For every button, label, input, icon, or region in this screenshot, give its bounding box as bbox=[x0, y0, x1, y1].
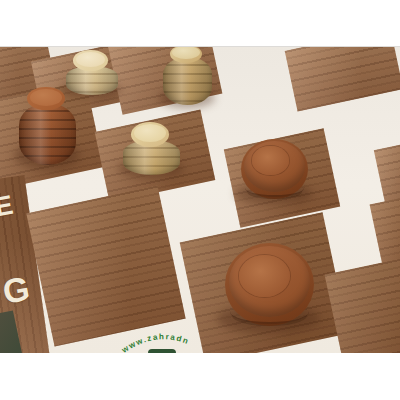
piece-dark-man[interactable] bbox=[225, 243, 314, 329]
piece-light-stack-of-3[interactable] bbox=[163, 46, 212, 105]
piece-dark-stack-of-4[interactable] bbox=[19, 87, 76, 165]
piece-cap-face bbox=[76, 52, 105, 67]
piece-light-man[interactable] bbox=[123, 121, 180, 175]
logo-graphic: www.zahradn bbox=[118, 323, 198, 353]
brand-logo: www.zahradn bbox=[118, 323, 198, 353]
piece-top-face bbox=[239, 255, 290, 297]
piece-body bbox=[19, 103, 76, 165]
piece-body bbox=[163, 57, 212, 105]
piece-cap-face bbox=[30, 89, 62, 106]
piece-cap-face bbox=[134, 124, 166, 142]
board-photo: EG www.zahradn bbox=[0, 46, 400, 353]
screenshot-canvas: EG www.zahradn bbox=[0, 0, 400, 400]
edge-label-G: G bbox=[0, 271, 32, 309]
dark-square[interactable] bbox=[285, 46, 400, 112]
piece-dark-man[interactable] bbox=[241, 139, 308, 201]
dark-square[interactable] bbox=[325, 252, 400, 353]
piece-top-face bbox=[252, 146, 288, 175]
logo-emblem bbox=[148, 349, 176, 353]
